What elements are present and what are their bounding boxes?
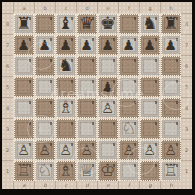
square-b6[interactable] [34, 55, 55, 76]
square-d7[interactable]: ♟ [76, 34, 97, 55]
stamp-a1: ♖ [14, 161, 34, 181]
square-e7[interactable]: ♟ [97, 34, 118, 55]
square-c4[interactable]: ♗ [55, 97, 76, 118]
coord-label-4: 4 [2, 97, 13, 118]
stamp-h7: ♟ [161, 35, 181, 55]
stamp-f6 [119, 56, 139, 76]
white-king: ♔ [100, 162, 115, 179]
file-labels-top: abcdefgh [13, 2, 181, 13]
stamp-c1: ♗ [56, 161, 76, 181]
black-pawn: ♟ [164, 37, 177, 51]
white-queen: ♕ [79, 162, 94, 179]
coord-label-1: 1 [181, 160, 192, 181]
square-g6[interactable] [139, 55, 160, 76]
black-knight: ♞ [58, 57, 73, 74]
stamp-f7: ♟ [119, 35, 139, 55]
square-g3[interactable] [139, 118, 160, 139]
coord-label-a: a [13, 181, 34, 189]
stamp-d5 [77, 77, 97, 97]
stamp-e3 [98, 119, 118, 139]
white-pawn: ♙ [122, 142, 135, 156]
white-pawn: ♙ [101, 100, 114, 114]
square-d1[interactable]: ♕ [76, 160, 97, 181]
square-d8[interactable]: ♛ [76, 13, 97, 34]
stamp-e6 [98, 56, 118, 76]
square-d6[interactable] [76, 55, 97, 76]
square-a5[interactable] [13, 76, 34, 97]
stamp-f8 [119, 14, 139, 34]
stamp-c4: ♗ [56, 98, 76, 118]
white-bishop: ♗ [58, 162, 73, 179]
white-pawn: ♙ [143, 142, 156, 156]
stamp-b1: ♘ [35, 161, 55, 181]
stamp-c6: ♞ [56, 56, 76, 76]
stamp-c5 [56, 77, 76, 97]
black-pawn: ♟ [59, 37, 72, 51]
black-queen: ♛ [79, 15, 94, 32]
coord-label-f: f [118, 181, 139, 189]
stamp-d7: ♟ [77, 35, 97, 55]
black-bishop: ♝ [58, 15, 73, 32]
square-d5[interactable] [76, 76, 97, 97]
stamp-a6 [14, 56, 34, 76]
white-pawn: ♙ [17, 142, 30, 156]
square-f6[interactable] [118, 55, 139, 76]
stamp-h4 [161, 98, 181, 118]
stamp-c8: ♝ [56, 14, 76, 34]
stamp-h8: ♜ [161, 14, 181, 34]
square-b3[interactable] [34, 118, 55, 139]
stamp-c3 [56, 119, 76, 139]
square-a7[interactable]: ♟ [13, 34, 34, 55]
square-f2[interactable]: ♙ [118, 139, 139, 160]
black-rook: ♜ [16, 15, 31, 32]
coord-label-d: d [76, 2, 97, 13]
coord-label-d: d [76, 181, 97, 189]
coord-label-4: 4 [181, 97, 192, 118]
square-c3[interactable] [55, 118, 76, 139]
square-d2[interactable]: ♙ [76, 139, 97, 160]
stamp-f5 [119, 77, 139, 97]
square-g5[interactable] [139, 76, 160, 97]
square-h5[interactable] [160, 76, 181, 97]
stamp-a7: ♟ [14, 35, 34, 55]
stamp-b5 [35, 77, 55, 97]
black-pawn: ♟ [17, 37, 30, 51]
stamp-e4: ♙ [98, 98, 118, 118]
stamp-b3 [35, 119, 55, 139]
stamp-g7: ♟ [140, 35, 160, 55]
coord-label-g: g [139, 181, 160, 189]
square-c7[interactable]: ♟ [55, 34, 76, 55]
stamp-d6 [77, 56, 97, 76]
coord-label-e: e [97, 2, 118, 13]
coord-label-5: 5 [181, 76, 192, 97]
square-a8[interactable]: ♜ [13, 13, 34, 34]
coord-label-f: f [118, 2, 139, 13]
square-c1[interactable]: ♗ [55, 160, 76, 181]
square-a3[interactable] [13, 118, 34, 139]
coord-label-b: b [34, 181, 55, 189]
coord-label-5: 5 [2, 76, 13, 97]
stamp-b6 [35, 56, 55, 76]
black-knight: ♞ [142, 15, 157, 32]
rank-labels-right: 87654321 [181, 13, 192, 181]
stamp-sheet: abcdefgh abcdefgh 87654321 87654321 ♜♝♛♚… [2, 2, 192, 189]
stamp-h5 [161, 77, 181, 97]
stamp-f3: ♘ [119, 119, 139, 139]
stamp-e2 [98, 140, 118, 160]
square-e2[interactable] [97, 139, 118, 160]
black-pawn: ♟ [101, 79, 114, 93]
stamp-d3 [77, 119, 97, 139]
square-f3[interactable]: ♘ [118, 118, 139, 139]
square-e1[interactable]: ♔ [97, 160, 118, 181]
coord-label-b: b [34, 2, 55, 13]
stamp-a4 [14, 98, 34, 118]
chess-board: ♜♝♛♚♞♜♟♟♟♟♟♟♟♟♞♟♗♙♘♙♙♙♙♙♙♙♖♘♗♕♔♖ [13, 13, 181, 181]
white-knight: ♘ [121, 120, 136, 137]
stamp-b7: ♟ [35, 35, 55, 55]
white-pawn: ♙ [80, 142, 93, 156]
coord-label-a: a [13, 2, 34, 13]
coord-label-8: 8 [2, 13, 13, 34]
white-pawn: ♙ [59, 142, 72, 156]
coord-label-7: 7 [181, 34, 192, 55]
stamp-a2: ♙ [14, 140, 34, 160]
black-pawn: ♟ [101, 37, 114, 51]
stamp-f2: ♙ [119, 140, 139, 160]
square-c5[interactable] [55, 76, 76, 97]
square-a6[interactable] [13, 55, 34, 76]
stamp-g8: ♞ [140, 14, 160, 34]
stamp-e7: ♟ [98, 35, 118, 55]
coord-label-c: c [55, 2, 76, 13]
stamp-d1: ♕ [77, 161, 97, 181]
stamp-g5 [140, 77, 160, 97]
stamp-g6 [140, 56, 160, 76]
black-pawn: ♟ [143, 37, 156, 51]
stamp-b4 [35, 98, 55, 118]
square-d3[interactable] [76, 118, 97, 139]
stamp-d4 [77, 98, 97, 118]
stamp-g4 [140, 98, 160, 118]
square-h7[interactable]: ♟ [160, 34, 181, 55]
square-a2[interactable]: ♙ [13, 139, 34, 160]
square-c2[interactable]: ♙ [55, 139, 76, 160]
stamp-a5 [14, 77, 34, 97]
square-b5[interactable] [34, 76, 55, 97]
stamp-e8: ♚ [98, 14, 118, 34]
square-h1[interactable]: ♖ [160, 160, 181, 181]
coord-label-3: 3 [2, 118, 13, 139]
stamp-g1 [140, 161, 160, 181]
square-d4[interactable] [76, 97, 97, 118]
coord-label-c: c [55, 181, 76, 189]
white-bishop: ♗ [58, 99, 73, 116]
black-pawn: ♟ [38, 37, 51, 51]
black-pawn: ♟ [122, 37, 135, 51]
coord-label-6: 6 [181, 55, 192, 76]
square-f7[interactable]: ♟ [118, 34, 139, 55]
rank-labels-left: 87654321 [2, 13, 13, 181]
white-rook: ♖ [16, 162, 31, 179]
stamp-a3 [14, 119, 34, 139]
square-e8[interactable]: ♚ [97, 13, 118, 34]
file-labels-bottom: abcdefgh [13, 181, 181, 189]
stamp-h3 [161, 119, 181, 139]
stamp-d8: ♛ [77, 14, 97, 34]
square-h2[interactable]: ♙ [160, 139, 181, 160]
square-e5[interactable]: ♟ [97, 76, 118, 97]
stamp-h2: ♙ [161, 140, 181, 160]
square-g1[interactable] [139, 160, 160, 181]
square-g4[interactable] [139, 97, 160, 118]
square-h8[interactable]: ♜ [160, 13, 181, 34]
square-a4[interactable] [13, 97, 34, 118]
stamp-g3 [140, 119, 160, 139]
white-rook: ♖ [163, 162, 178, 179]
black-pawn: ♟ [80, 37, 93, 51]
coord-label-8: 8 [181, 13, 192, 34]
square-g7[interactable]: ♟ [139, 34, 160, 55]
square-c6[interactable]: ♞ [55, 55, 76, 76]
square-b7[interactable]: ♟ [34, 34, 55, 55]
black-king: ♚ [100, 15, 115, 32]
square-e4[interactable]: ♙ [97, 97, 118, 118]
square-a1[interactable]: ♖ [13, 160, 34, 181]
square-c8[interactable]: ♝ [55, 13, 76, 34]
square-h3[interactable] [160, 118, 181, 139]
coord-label-6: 6 [2, 55, 13, 76]
white-knight: ♘ [37, 162, 52, 179]
stamp-a8: ♜ [14, 14, 34, 34]
square-g8[interactable]: ♞ [139, 13, 160, 34]
coord-label-7: 7 [2, 34, 13, 55]
square-e6[interactable] [97, 55, 118, 76]
stamp-d2: ♙ [77, 140, 97, 160]
stamp-h6 [161, 56, 181, 76]
stamp-e1: ♔ [98, 161, 118, 181]
stamp-f4 [119, 98, 139, 118]
square-f1[interactable] [118, 160, 139, 181]
stamp-b8 [35, 14, 55, 34]
stamp-e5: ♟ [98, 77, 118, 97]
coord-label-e: e [97, 181, 118, 189]
square-b4[interactable] [34, 97, 55, 118]
stamp-c2: ♙ [56, 140, 76, 160]
stamp-h1: ♖ [161, 161, 181, 181]
coord-label-2: 2 [181, 139, 192, 160]
stamp-c7: ♟ [56, 35, 76, 55]
square-h6[interactable] [160, 55, 181, 76]
square-b8[interactable] [34, 13, 55, 34]
coord-label-h: h [160, 181, 181, 189]
coord-label-3: 3 [181, 118, 192, 139]
stamp-g2: ♙ [140, 140, 160, 160]
coord-label-g: g [139, 2, 160, 13]
square-b1[interactable]: ♘ [34, 160, 55, 181]
stamp-b2: ♙ [35, 140, 55, 160]
square-f5[interactable] [118, 76, 139, 97]
square-f4[interactable] [118, 97, 139, 118]
coord-label-h: h [160, 2, 181, 13]
white-pawn: ♙ [164, 142, 177, 156]
square-f8[interactable] [118, 13, 139, 34]
square-h4[interactable] [160, 97, 181, 118]
coord-label-1: 1 [2, 160, 13, 181]
white-pawn: ♙ [38, 142, 51, 156]
square-g2[interactable]: ♙ [139, 139, 160, 160]
coord-label-2: 2 [2, 139, 13, 160]
black-rook: ♜ [163, 15, 178, 32]
square-b2[interactable]: ♙ [34, 139, 55, 160]
stamp-f1 [119, 161, 139, 181]
square-e3[interactable] [97, 118, 118, 139]
